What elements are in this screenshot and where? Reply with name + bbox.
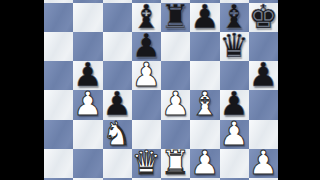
piece-black-rook[interactable]: ♜ — [161, 2, 191, 31]
piece-white-pawn[interactable]: ♟ — [161, 89, 191, 118]
chess-board[interactable]: ♝♜♟♝♚♟♛♟♟♟♟♟♟♝♟♞♟♛♜♟♟ — [44, 0, 278, 180]
piece-black-king[interactable]: ♚ — [249, 2, 279, 31]
square-a7[interactable] — [44, 3, 73, 32]
square-g6[interactable]: ♛ — [220, 32, 249, 61]
square-h2[interactable]: ♟ — [249, 149, 278, 178]
square-f2[interactable]: ♟ — [190, 149, 219, 178]
piece-white-pawn[interactable]: ♟ — [132, 60, 162, 89]
square-d2[interactable]: ♛ — [132, 149, 161, 178]
square-a3[interactable] — [44, 120, 73, 149]
square-h7[interactable]: ♚ — [249, 3, 278, 32]
piece-white-queen[interactable]: ♛ — [132, 148, 162, 177]
square-c2[interactable] — [103, 149, 132, 178]
square-f4[interactable]: ♝ — [190, 90, 219, 119]
square-a2[interactable] — [44, 149, 73, 178]
piece-black-pawn[interactable]: ♟ — [249, 60, 279, 89]
square-a5[interactable] — [44, 61, 73, 90]
square-a1[interactable] — [44, 178, 73, 180]
square-d4[interactable] — [132, 90, 161, 119]
square-b4[interactable]: ♟ — [73, 90, 102, 119]
square-c6[interactable] — [103, 32, 132, 61]
piece-white-pawn[interactable]: ♟ — [73, 89, 103, 118]
letterbox-left — [0, 0, 44, 180]
square-a4[interactable] — [44, 90, 73, 119]
square-f7[interactable]: ♟ — [190, 3, 219, 32]
square-g3[interactable]: ♟ — [220, 120, 249, 149]
square-g1[interactable] — [220, 178, 249, 180]
piece-white-bishop[interactable]: ♝ — [190, 89, 220, 118]
square-h5[interactable]: ♟ — [249, 61, 278, 90]
square-c3[interactable]: ♞ — [103, 120, 132, 149]
piece-white-knight[interactable]: ♞ — [102, 119, 132, 148]
square-f6[interactable] — [190, 32, 219, 61]
square-a6[interactable] — [44, 32, 73, 61]
square-e4[interactable]: ♟ — [161, 90, 190, 119]
piece-white-pawn[interactable]: ♟ — [219, 119, 249, 148]
video-frame: ♝♜♟♝♚♟♛♟♟♟♟♟♟♝♟♞♟♛♜♟♟ — [0, 0, 320, 180]
square-e6[interactable] — [161, 32, 190, 61]
square-h1[interactable] — [249, 178, 278, 180]
square-d1[interactable] — [132, 178, 161, 180]
piece-white-pawn[interactable]: ♟ — [190, 148, 220, 177]
square-f1[interactable] — [190, 178, 219, 180]
piece-white-pawn[interactable]: ♟ — [249, 148, 279, 177]
square-h4[interactable] — [249, 90, 278, 119]
square-e7[interactable]: ♜ — [161, 3, 190, 32]
square-d5[interactable]: ♟ — [132, 61, 161, 90]
square-c1[interactable] — [103, 178, 132, 180]
square-b1[interactable] — [73, 178, 102, 180]
piece-black-pawn[interactable]: ♟ — [190, 2, 220, 31]
square-e2[interactable]: ♜ — [161, 149, 190, 178]
piece-black-queen[interactable]: ♛ — [219, 31, 249, 60]
square-b7[interactable] — [73, 3, 102, 32]
piece-white-rook[interactable]: ♜ — [161, 148, 191, 177]
square-b3[interactable] — [73, 120, 102, 149]
letterbox-right — [278, 0, 320, 180]
square-c7[interactable] — [103, 3, 132, 32]
square-e1[interactable] — [161, 178, 190, 180]
square-g2[interactable] — [220, 149, 249, 178]
square-b2[interactable] — [73, 149, 102, 178]
